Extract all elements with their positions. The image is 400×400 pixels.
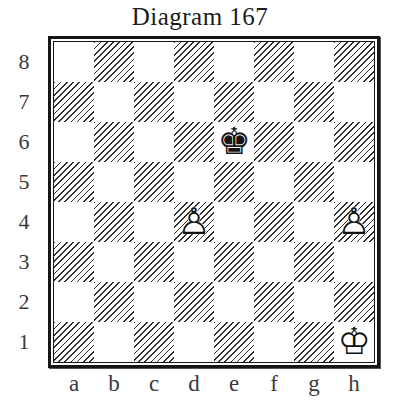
file-labels: abcdefgh [54,370,400,398]
square-b2[interactable] [94,282,134,322]
square-h2[interactable] [334,282,374,322]
square-d8[interactable] [174,42,214,82]
square-d7[interactable] [174,82,214,122]
file-label-a: a [54,370,94,398]
square-d6[interactable] [174,122,214,162]
square-h5[interactable] [334,162,374,202]
square-e8[interactable] [214,42,254,82]
square-d2[interactable] [174,282,214,322]
square-f3[interactable] [254,242,294,282]
square-c3[interactable] [134,242,174,282]
square-h6[interactable] [334,122,374,162]
file-label-h: h [334,370,374,398]
rank-label-1: 1 [0,322,48,362]
square-c2[interactable] [134,282,174,322]
diagram-title: Diagram 167 [0,0,400,36]
chess-board: ♚♟♙♟♙♚♔ [48,36,380,368]
square-b5[interactable] [94,162,134,202]
white-king-glyph-outline: ♔ [334,322,374,362]
square-f5[interactable] [254,162,294,202]
square-d1[interactable] [174,322,214,362]
square-h7[interactable] [334,82,374,122]
board-inner-frame: ♚♟♙♟♙♚♔ [53,41,375,363]
file-label-d: d [174,370,214,398]
white-pawn-piece: ♟♙ [174,202,214,242]
square-g7[interactable] [294,82,334,122]
chess-diagram-page: Diagram 167 87654321 ♚♟♙♟♙♚♔ abcdefgh [0,0,400,400]
square-g8[interactable] [294,42,334,82]
square-a4[interactable] [54,202,94,242]
white-pawn-glyph-outline: ♙ [174,202,214,242]
rank-label-8: 8 [0,42,48,82]
square-h3[interactable] [334,242,374,282]
square-a3[interactable] [54,242,94,282]
rank-label-6: 6 [0,122,48,162]
square-b8[interactable] [94,42,134,82]
square-a8[interactable] [54,42,94,82]
square-c8[interactable] [134,42,174,82]
square-f2[interactable] [254,282,294,322]
square-b7[interactable] [94,82,134,122]
square-h8[interactable] [334,42,374,82]
square-d3[interactable] [174,242,214,282]
square-e5[interactable] [214,162,254,202]
square-c7[interactable] [134,82,174,122]
rank-label-7: 7 [0,82,48,122]
square-h1[interactable]: ♚♔ [334,322,374,362]
rank-label-4: 4 [0,202,48,242]
square-g4[interactable] [294,202,334,242]
square-a7[interactable] [54,82,94,122]
square-e4[interactable] [214,202,254,242]
square-e2[interactable] [214,282,254,322]
square-f4[interactable] [254,202,294,242]
white-king-piece: ♚♔ [334,322,374,362]
square-h4[interactable]: ♟♙ [334,202,374,242]
rank-label-3: 3 [0,242,48,282]
square-c4[interactable] [134,202,174,242]
rank-labels: 87654321 [0,36,48,362]
square-a5[interactable] [54,162,94,202]
rank-label-2: 2 [0,282,48,322]
white-pawn-glyph-outline: ♙ [334,202,374,242]
square-b3[interactable] [94,242,134,282]
file-label-f: f [254,370,294,398]
square-a1[interactable] [54,322,94,362]
square-b4[interactable] [94,202,134,242]
square-c5[interactable] [134,162,174,202]
square-e6[interactable]: ♚ [214,122,254,162]
black-king-piece: ♚ [214,122,254,162]
square-f6[interactable] [254,122,294,162]
file-label-e: e [214,370,254,398]
square-e3[interactable] [214,242,254,282]
square-g3[interactable] [294,242,334,282]
square-e7[interactable] [214,82,254,122]
square-f8[interactable] [254,42,294,82]
square-g6[interactable] [294,122,334,162]
square-c6[interactable] [134,122,174,162]
black-king-glyph-fill: ♚ [214,122,254,162]
square-a6[interactable] [54,122,94,162]
file-label-b: b [94,370,134,398]
white-pawn-piece: ♟♙ [334,202,374,242]
square-a2[interactable] [54,282,94,322]
square-g5[interactable] [294,162,334,202]
square-g1[interactable] [294,322,334,362]
square-d4[interactable]: ♟♙ [174,202,214,242]
file-label-c: c [134,370,174,398]
board-grid: ♚♟♙♟♙♚♔ [54,42,374,362]
square-b1[interactable] [94,322,134,362]
square-g2[interactable] [294,282,334,322]
rank-label-5: 5 [0,162,48,202]
file-label-g: g [294,370,334,398]
square-b6[interactable] [94,122,134,162]
square-c1[interactable] [134,322,174,362]
square-f1[interactable] [254,322,294,362]
square-e1[interactable] [214,322,254,362]
square-f7[interactable] [254,82,294,122]
square-d5[interactable] [174,162,214,202]
